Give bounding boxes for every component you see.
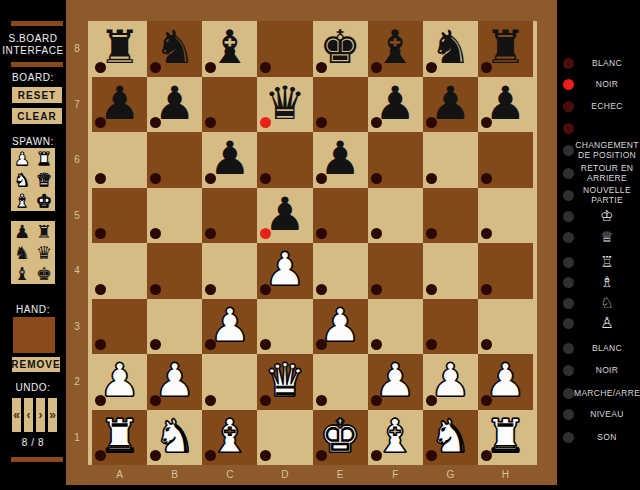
- white-king-icon: ♔: [574, 209, 640, 224]
- file-labels: ABCDEFGH: [92, 465, 533, 483]
- square-b7[interactable]: ♟: [147, 77, 202, 133]
- square-dot: [316, 395, 327, 406]
- indicator-niveau[interactable]: NIVEAU: [557, 404, 640, 424]
- indicator-changement-de-position[interactable]: CHANGEMENT DE POSITION: [557, 140, 640, 160]
- square-dot: [481, 284, 492, 295]
- chess-computer-interface: S.BOARD INTERFACE BOARD: RESET CLEAR SPA…: [0, 0, 640, 490]
- led-changement-de-position: [563, 145, 574, 156]
- square-dot: [426, 395, 437, 406]
- white-pawn-icon: ♟: [14, 150, 30, 168]
- square-dot: [316, 228, 327, 239]
- clear-button[interactable]: CLEAR: [12, 108, 62, 124]
- square-h6[interactable]: [478, 132, 533, 188]
- square-d1[interactable]: [257, 410, 312, 466]
- square-dot: [426, 62, 437, 73]
- square-f5[interactable]: [368, 188, 423, 244]
- square-dot: [95, 117, 106, 128]
- file-label-f: F: [368, 465, 423, 483]
- indicator-label-echec: ECHEC: [574, 101, 640, 111]
- rank-labels: 87654321: [66, 21, 88, 465]
- indicator-noir: NOIR: [557, 74, 640, 94]
- square-g3[interactable]: [423, 299, 478, 355]
- remove-button[interactable]: REMOVE: [12, 357, 60, 372]
- square-h5[interactable]: [478, 188, 533, 244]
- square-a5[interactable]: [92, 188, 147, 244]
- square-h1[interactable]: ♜: [478, 410, 533, 466]
- rank-label-8: 8: [66, 21, 88, 77]
- led-echec: [563, 101, 574, 112]
- black-pawn-icon: ♟: [14, 223, 30, 241]
- indicator-king-select[interactable]: ♔: [557, 206, 640, 226]
- black-king-icon: ♚: [36, 265, 52, 283]
- square-d5[interactable]: ♟: [257, 188, 312, 244]
- file-label-g: G: [423, 465, 478, 483]
- led-son: [563, 432, 574, 443]
- square-c8[interactable]: ♝: [202, 21, 257, 77]
- white-king-icon: ♚: [36, 192, 52, 210]
- square-a1[interactable]: ♜: [92, 410, 147, 466]
- file-label-c: C: [202, 465, 257, 483]
- square-dot: [371, 450, 382, 461]
- indicator-label-noir: NOIR: [574, 365, 640, 375]
- led-marche-arret: [563, 388, 574, 399]
- rank-label-2: 2: [66, 354, 88, 410]
- square-e6[interactable]: ♟: [313, 132, 368, 188]
- rank-label-3: 3: [66, 299, 88, 355]
- square-h3[interactable]: [478, 299, 533, 355]
- square-g4[interactable]: [423, 243, 478, 299]
- square-dot: [150, 339, 161, 350]
- spawn-black-rook-button[interactable]: ♜: [33, 221, 55, 242]
- square-c5[interactable]: [202, 188, 257, 244]
- square-dot: [426, 228, 437, 239]
- divider-bar: [11, 62, 63, 67]
- square-dot: [260, 450, 271, 461]
- square-e5[interactable]: [313, 188, 368, 244]
- square-c6[interactable]: ♟: [202, 132, 257, 188]
- square-f7[interactable]: ♟: [368, 77, 423, 133]
- led-niveau: [563, 409, 574, 420]
- square-f6[interactable]: [368, 132, 423, 188]
- square-dot: [205, 228, 216, 239]
- spawn-black-king-button[interactable]: ♚: [33, 263, 55, 284]
- spawn-palette-white: ♟♜♞♛♝♚: [11, 148, 55, 211]
- white-bishop-icon: ♝: [14, 192, 30, 210]
- square-dot: [316, 62, 327, 73]
- square-e8[interactable]: ♚: [313, 21, 368, 77]
- square-dot: [481, 339, 492, 350]
- spawn-section-label: SPAWN:: [0, 136, 66, 148]
- undo-back-button[interactable]: ‹: [24, 398, 33, 432]
- rank-label-1: 1: [66, 410, 88, 466]
- indicator-label-niveau: NIVEAU: [574, 409, 640, 419]
- indicator-label-blanc: BLANC: [574, 58, 640, 68]
- divider-bar: [11, 21, 63, 26]
- indicator-label-nouvelle-partie: NOUVELLE PARTIE: [574, 185, 640, 205]
- indicator-unlabeled: [557, 118, 640, 138]
- square-f4[interactable]: [368, 243, 423, 299]
- square-dot: [260, 284, 271, 295]
- spawn-black-queen-button[interactable]: ♛: [33, 242, 55, 263]
- left-panel: S.BOARD INTERFACE BOARD: RESET CLEAR SPA…: [0, 0, 66, 490]
- square-dot: [316, 284, 327, 295]
- black-rook-icon: ♜: [36, 223, 52, 241]
- square-dot: [426, 450, 437, 461]
- square-dot: [316, 450, 327, 461]
- square-b5[interactable]: [147, 188, 202, 244]
- indicator-nouvelle-partie[interactable]: NOUVELLE PARTIE: [557, 185, 640, 205]
- indicator-bishop-select[interactable]: ♗: [557, 272, 640, 292]
- led-knight-select: [563, 298, 574, 309]
- square-dot: [150, 395, 161, 406]
- square-dot: [95, 339, 106, 350]
- square-dot: [426, 284, 437, 295]
- indicator-blanc: BLANC: [557, 53, 640, 73]
- square-g7[interactable]: ♟: [423, 77, 478, 133]
- square-dot: [205, 173, 216, 184]
- square-h7[interactable]: ♟: [478, 77, 533, 133]
- square-c1[interactable]: ♝: [202, 410, 257, 466]
- white-knight-icon: ♞: [14, 171, 30, 189]
- square-dot: [371, 339, 382, 350]
- indicator-label-marche-arret: MARCHE/ARRET: [574, 388, 640, 398]
- square-dot: [260, 62, 271, 73]
- spawn-white-knight-button[interactable]: ♞: [11, 169, 33, 190]
- square-dot: [95, 173, 106, 184]
- white-pawn-icon: ♙: [574, 316, 640, 331]
- square-dot: [371, 228, 382, 239]
- board-section-label: BOARD:: [0, 72, 66, 84]
- led-blanc: [563, 343, 574, 354]
- spawn-white-king-button[interactable]: ♚: [33, 190, 55, 211]
- indicator-retour-en-arriere[interactable]: RETOUR EN ARRIERE: [557, 163, 640, 183]
- square-dot: [205, 117, 216, 128]
- square-dot: [205, 284, 216, 295]
- black-queen-icon: ♛: [36, 244, 52, 262]
- square-a4[interactable]: [92, 243, 147, 299]
- led-retour-en-arriere: [563, 168, 574, 179]
- file-label-b: B: [147, 465, 202, 483]
- spawn-white-bishop-button[interactable]: ♝: [11, 190, 33, 211]
- square-dot: [95, 395, 106, 406]
- square-e1[interactable]: ♚: [313, 410, 368, 466]
- square-d4[interactable]: ♟: [257, 243, 312, 299]
- square-dot: [481, 228, 492, 239]
- led-noir: [563, 365, 574, 376]
- square-dot: [260, 339, 271, 350]
- led-noir: [563, 79, 574, 90]
- hand-slot[interactable]: [13, 317, 55, 353]
- hand-section-label: HAND:: [0, 304, 66, 316]
- led-king-select: [563, 211, 574, 222]
- square-dot: [95, 228, 106, 239]
- spawn-palette-black: ♟♜♞♛♝♚: [11, 221, 55, 284]
- square-h8[interactable]: ♜: [478, 21, 533, 77]
- square-dot: [481, 173, 492, 184]
- square-e3[interactable]: ♟: [313, 299, 368, 355]
- rank-label-7: 7: [66, 77, 88, 133]
- white-knight-icon: ♘: [574, 296, 640, 311]
- square-dot: [205, 395, 216, 406]
- square-h4[interactable]: [478, 243, 533, 299]
- square-dot: [316, 339, 327, 350]
- black-bishop-icon: ♝: [14, 265, 30, 283]
- reset-button[interactable]: RESET: [12, 87, 62, 103]
- led-nouvelle-partie: [563, 190, 574, 201]
- square-b1[interactable]: ♞: [147, 410, 202, 466]
- square-dot: [481, 62, 492, 73]
- indicator-blanc[interactable]: BLANC: [557, 338, 640, 358]
- app-title-line2: INTERFACE: [0, 45, 66, 57]
- square-g8[interactable]: ♞: [423, 21, 478, 77]
- spawn-black-bishop-button[interactable]: ♝: [11, 263, 33, 284]
- square-b6[interactable]: [147, 132, 202, 188]
- square-d6[interactable]: [257, 132, 312, 188]
- undo-controls: «‹›»: [12, 398, 57, 432]
- indicator-knight-select[interactable]: ♘: [557, 293, 640, 313]
- square-f1[interactable]: ♝: [368, 410, 423, 466]
- square-dot: [371, 117, 382, 128]
- square-a2[interactable]: ♟: [92, 354, 147, 410]
- white-rook-icon: ♖: [574, 255, 640, 270]
- spawn-white-pawn-button[interactable]: ♟: [11, 148, 33, 169]
- square-g2[interactable]: ♟: [423, 354, 478, 410]
- app-title-line1: S.BOARD: [0, 33, 66, 45]
- square-dot: [426, 173, 437, 184]
- square-dot: [150, 228, 161, 239]
- square-f3[interactable]: [368, 299, 423, 355]
- led-bishop-select: [563, 277, 574, 288]
- square-c3[interactable]: ♟: [202, 299, 257, 355]
- square-dot: [371, 284, 382, 295]
- undo-start-button[interactable]: «: [12, 398, 21, 432]
- led-pawn-select: [563, 318, 574, 329]
- indicator-label-son: SON: [574, 432, 640, 442]
- indicator-queen-select[interactable]: ♕: [557, 227, 640, 247]
- square-dot: [316, 173, 327, 184]
- white-bishop-icon: ♗: [574, 275, 640, 290]
- square-d2[interactable]: ♛: [257, 354, 312, 410]
- square-dot: [95, 62, 106, 73]
- square-c2[interactable]: [202, 354, 257, 410]
- spawn-white-queen-button[interactable]: ♛: [33, 169, 55, 190]
- indicator-echec: ECHEC: [557, 96, 640, 116]
- spawn-black-pawn-button[interactable]: ♟: [11, 221, 33, 242]
- square-dot: [260, 173, 271, 184]
- square-g1[interactable]: ♞: [423, 410, 478, 466]
- redo-forward-button[interactable]: ›: [36, 398, 45, 432]
- file-label-h: H: [478, 465, 533, 483]
- square-b2[interactable]: ♟: [147, 354, 202, 410]
- square-dot: [426, 339, 437, 350]
- square-dot: [316, 117, 327, 128]
- square-h2[interactable]: ♟: [478, 354, 533, 410]
- square-b4[interactable]: [147, 243, 202, 299]
- chess-board: ♜♞♝♚♝♞♜♟♟♛♟♟♟♟♟♟♟♟♟♟♟♛♟♟♟♜♞♝♚♝♞♜: [88, 21, 537, 465]
- file-label-d: D: [257, 465, 312, 483]
- undo-section-label: UNDO:: [0, 382, 66, 394]
- square-a3[interactable]: [92, 299, 147, 355]
- app-title: S.BOARD INTERFACE: [0, 33, 66, 57]
- square-dot: [205, 62, 216, 73]
- white-queen-icon: ♛: [36, 171, 52, 189]
- white-rook-icon: ♜: [36, 150, 52, 168]
- square-dot: [150, 173, 161, 184]
- square-d8[interactable]: [257, 21, 312, 77]
- square-b3[interactable]: [147, 299, 202, 355]
- indicator-noir[interactable]: NOIR: [557, 360, 640, 380]
- square-dot: [481, 450, 492, 461]
- indicator-rook-select[interactable]: ♖: [557, 252, 640, 272]
- indicator-son[interactable]: SON: [557, 427, 640, 447]
- indicator-label-noir: NOIR: [574, 79, 640, 89]
- led-queen-select: [563, 232, 574, 243]
- square-d3[interactable]: [257, 299, 312, 355]
- square-dot: [371, 62, 382, 73]
- square-e4[interactable]: [313, 243, 368, 299]
- indicator-label-retour-en-arriere: RETOUR EN ARRIERE: [574, 163, 640, 183]
- rank-label-5: 5: [66, 188, 88, 244]
- indicator-label-changement-de-position: CHANGEMENT DE POSITION: [574, 140, 640, 160]
- square-b8[interactable]: ♞: [147, 21, 202, 77]
- square-dot: [95, 284, 106, 295]
- redo-end-button[interactable]: »: [48, 398, 57, 432]
- white-queen-icon: ♕: [574, 230, 640, 245]
- square-dot: [481, 117, 492, 128]
- black-knight-icon: ♞: [14, 244, 30, 262]
- spawn-black-knight-button[interactable]: ♞: [11, 242, 33, 263]
- rank-label-4: 4: [66, 243, 88, 299]
- divider-bar: [11, 457, 63, 462]
- spawn-white-rook-button[interactable]: ♜: [33, 148, 55, 169]
- square-f2[interactable]: ♟: [368, 354, 423, 410]
- square-a8[interactable]: ♜: [92, 21, 147, 77]
- led-unlabeled: [563, 123, 574, 134]
- square-g5[interactable]: [423, 188, 478, 244]
- square-c4[interactable]: [202, 243, 257, 299]
- square-a7[interactable]: ♟: [92, 77, 147, 133]
- square-c7[interactable]: [202, 77, 257, 133]
- square-f8[interactable]: ♝: [368, 21, 423, 77]
- square-dot: [95, 450, 106, 461]
- led-rook-select: [563, 257, 574, 268]
- square-e2[interactable]: [313, 354, 368, 410]
- square-dot: [150, 62, 161, 73]
- square-a6[interactable]: [92, 132, 147, 188]
- indicator-label-blanc: BLANC: [574, 343, 640, 353]
- file-label-a: A: [92, 465, 147, 483]
- square-dot: [426, 117, 437, 128]
- undo-counter: 8 / 8: [0, 437, 66, 449]
- board-frame: 87654321 ♜♞♝♚♝♞♜♟♟♛♟♟♟♟♟♟♟♟♟♟♟♛♟♟♟♜♞♝♚♝♞…: [66, 0, 557, 485]
- square-dot: [481, 395, 492, 406]
- file-label-e: E: [313, 465, 368, 483]
- square-dot: [371, 395, 382, 406]
- rank-label-6: 6: [66, 132, 88, 188]
- square-dot: [150, 284, 161, 295]
- square-dot: [260, 395, 271, 406]
- square-d7[interactable]: ♛: [257, 77, 312, 133]
- indicator-marche-arret[interactable]: MARCHE/ARRET: [557, 383, 640, 403]
- right-panel: BLANCNOIRECHECCHANGEMENT DE POSITIONRETO…: [557, 0, 640, 490]
- square-dot: [371, 173, 382, 184]
- square-e7[interactable]: [313, 77, 368, 133]
- indicator-pawn-select[interactable]: ♙: [557, 313, 640, 333]
- square-g6[interactable]: [423, 132, 478, 188]
- led-blanc: [563, 58, 574, 69]
